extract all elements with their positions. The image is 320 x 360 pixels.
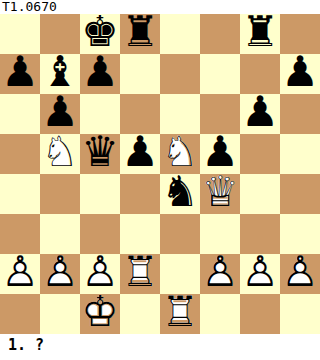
black-knight-e4[interactable]: ♞ [160,174,200,214]
square-f8[interactable] [200,14,240,54]
square-d8[interactable]: ♜ [120,14,160,54]
square-e3[interactable] [160,214,200,254]
white-rook-d2[interactable]: ♖ [120,254,160,294]
square-b4[interactable] [40,174,80,214]
square-f2[interactable]: ♟♙ [200,254,240,294]
square-a6[interactable] [0,94,40,134]
square-g5[interactable] [240,134,280,174]
white-pawn-b2[interactable]: ♙ [40,254,80,294]
square-c7[interactable]: ♟ [80,54,120,94]
square-e1[interactable]: ♜♖ [160,294,200,334]
white-knight-b5[interactable]: ♘ [40,134,80,174]
square-g8[interactable]: ♜ [240,14,280,54]
square-h6[interactable] [280,94,320,134]
square-c5[interactable]: ♛ [80,134,120,174]
square-f7[interactable] [200,54,240,94]
white-king-c1[interactable]: ♔ [80,294,120,334]
square-e7[interactable] [160,54,200,94]
square-b5[interactable]: ♞♘ [40,134,80,174]
square-d7[interactable] [120,54,160,94]
square-e4[interactable]: ♞ [160,174,200,214]
black-pawn-a7[interactable]: ♟ [0,54,40,94]
square-e8[interactable] [160,14,200,54]
white-pawn-h2[interactable]: ♙ [280,254,320,294]
square-g6[interactable]: ♟ [240,94,280,134]
white-rook-e1[interactable]: ♖ [160,294,200,334]
square-c4[interactable] [80,174,120,214]
square-d5[interactable]: ♟ [120,134,160,174]
square-h1[interactable] [280,294,320,334]
black-pawn-h7[interactable]: ♟ [280,54,320,94]
square-h2[interactable]: ♟♙ [280,254,320,294]
square-d1[interactable] [120,294,160,334]
square-a7[interactable]: ♟ [0,54,40,94]
square-b2[interactable]: ♟♙ [40,254,80,294]
diagram-title: T1.0670 [2,0,57,14]
black-pawn-g6[interactable]: ♟ [240,94,280,134]
white-queen-f4[interactable]: ♕ [200,174,240,214]
square-g4[interactable] [240,174,280,214]
square-c1[interactable]: ♚♔ [80,294,120,334]
square-f4[interactable]: ♛♕ [200,174,240,214]
black-queen-c5[interactable]: ♛ [80,134,120,174]
square-a2[interactable]: ♟♙ [0,254,40,294]
white-pawn-f2[interactable]: ♙ [200,254,240,294]
black-pawn-d5[interactable]: ♟ [120,134,160,174]
white-pawn-a2[interactable]: ♙ [0,254,40,294]
square-h5[interactable] [280,134,320,174]
square-f1[interactable] [200,294,240,334]
square-g1[interactable] [240,294,280,334]
square-h7[interactable]: ♟ [280,54,320,94]
square-h4[interactable] [280,174,320,214]
black-rook-d8[interactable]: ♜ [120,14,160,54]
black-rook-g8[interactable]: ♜ [240,14,280,54]
square-b1[interactable] [40,294,80,334]
black-pawn-c7[interactable]: ♟ [80,54,120,94]
square-a5[interactable] [0,134,40,174]
white-pawn-g2[interactable]: ♙ [240,254,280,294]
square-a1[interactable] [0,294,40,334]
chess-board: ♚♜♜♟♝♟♟♟♟♞♘♛♟♞♘♟♞♛♕♟♙♟♙♟♙♜♖♟♙♟♙♟♙♚♔♜♖ [0,14,320,334]
square-d2[interactable]: ♜♖ [120,254,160,294]
move-prompt: 1. ? [8,336,44,354]
square-a4[interactable] [0,174,40,214]
square-g2[interactable]: ♟♙ [240,254,280,294]
square-d4[interactable] [120,174,160,214]
